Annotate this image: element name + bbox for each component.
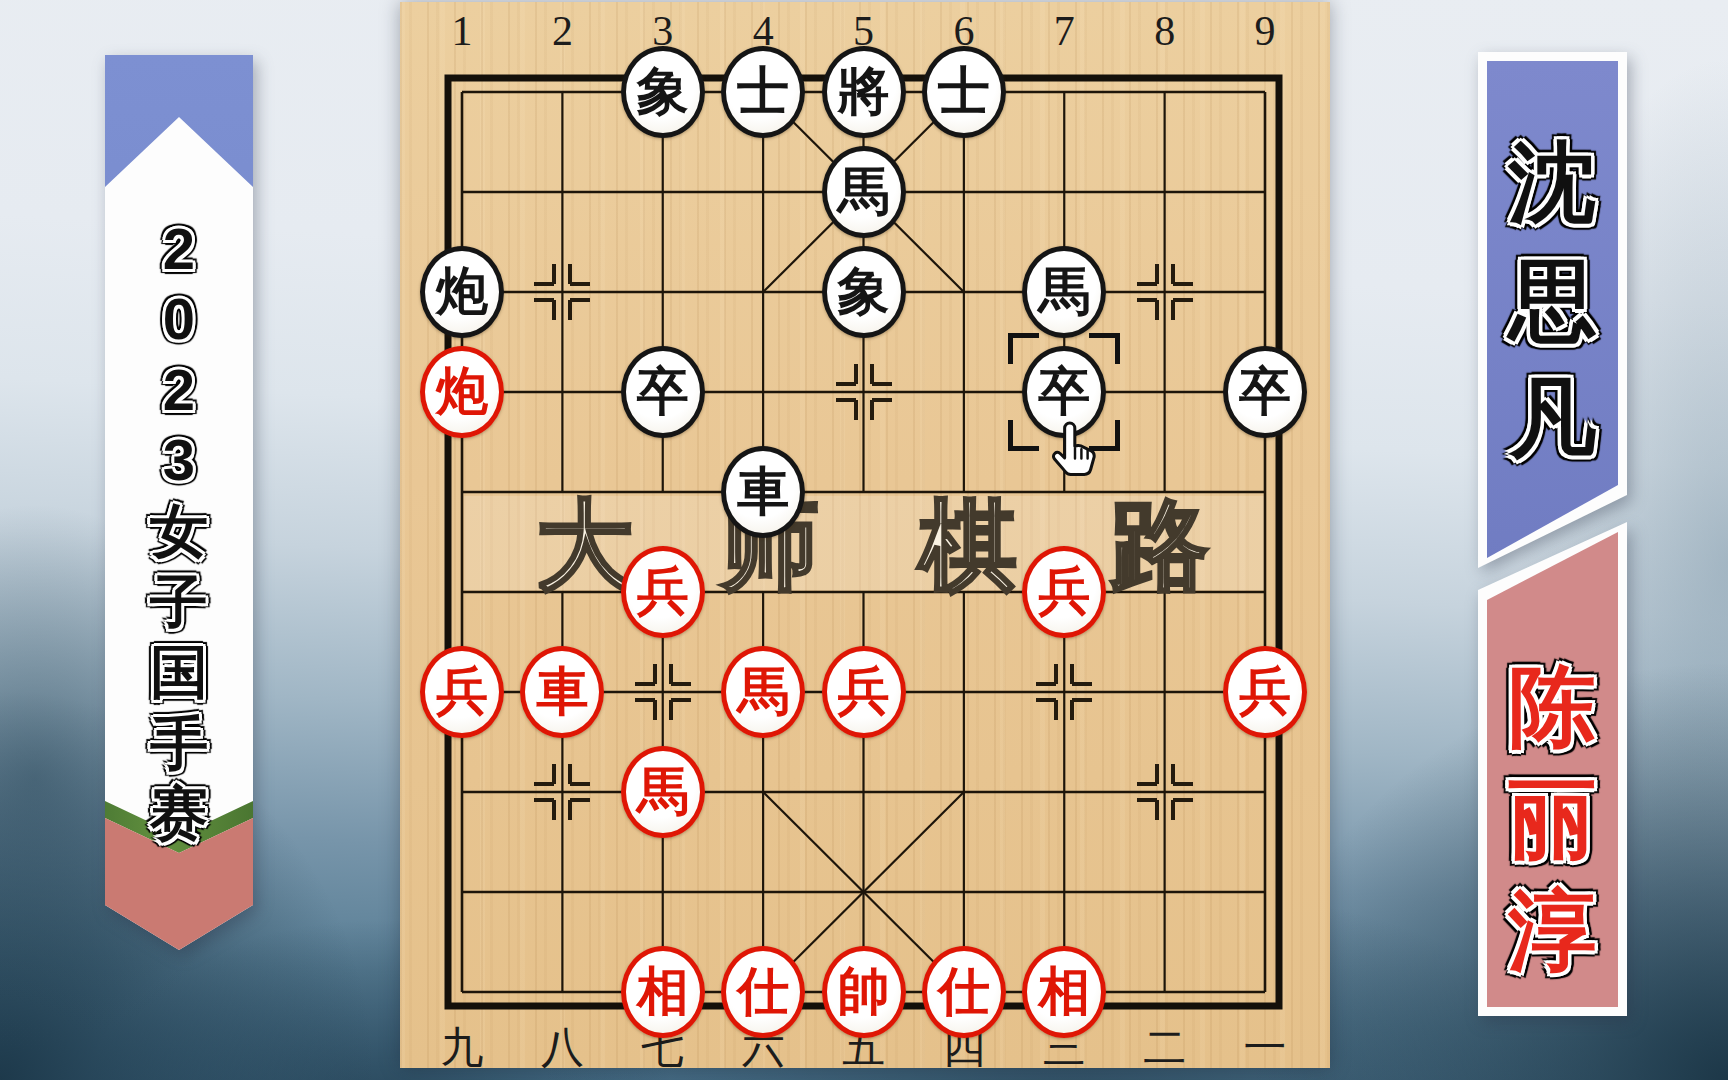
selection-corner bbox=[1008, 420, 1039, 451]
hand-cursor-icon bbox=[1050, 420, 1100, 488]
point-marker bbox=[834, 362, 894, 422]
point-marker bbox=[1135, 762, 1195, 822]
piece-black-soldier[interactable]: 卒 bbox=[1223, 346, 1307, 438]
river-watermark-char: 棋 bbox=[919, 497, 1017, 595]
event-title-char: 国 bbox=[150, 643, 208, 701]
event-title-char: 2 bbox=[163, 361, 195, 419]
point-marker bbox=[532, 762, 592, 822]
piece-red-chariot[interactable]: 車 bbox=[520, 646, 604, 738]
player-black-char: 思 bbox=[1509, 257, 1597, 349]
piece-red-horse[interactable]: 馬 bbox=[721, 646, 805, 738]
event-title-char: 女 bbox=[150, 502, 208, 560]
file-label-bottom: 八 bbox=[541, 1026, 584, 1069]
player-red-char: 淳 bbox=[1509, 887, 1597, 979]
player-name-red: 陈丽淳 bbox=[1478, 663, 1627, 979]
player-black-char: 沈 bbox=[1509, 139, 1597, 231]
piece-red-soldier[interactable]: 兵 bbox=[1223, 646, 1307, 738]
file-label-top: 1 bbox=[452, 10, 473, 52]
piece-red-elephant[interactable]: 相 bbox=[1022, 946, 1106, 1038]
selection-corner bbox=[1008, 333, 1039, 364]
river-watermark-char: 路 bbox=[1111, 497, 1209, 595]
file-label-top: 9 bbox=[1255, 10, 1276, 52]
river-watermark-char: 大 bbox=[536, 497, 634, 595]
piece-red-advisor[interactable]: 仕 bbox=[721, 946, 805, 1038]
piece-black-soldier[interactable]: 卒 bbox=[621, 346, 705, 438]
piece-red-soldier[interactable]: 兵 bbox=[1022, 546, 1106, 638]
file-label-bottom: 一 bbox=[1244, 1026, 1287, 1069]
player-banner-red: 陈丽淳 bbox=[1478, 518, 1627, 1016]
point-marker bbox=[1034, 662, 1094, 722]
xiangqi-board[interactable]: 123456789 九八七六五四三二一 大师棋路 象士將士馬炮象馬炮卒卒卒車兵兵… bbox=[400, 2, 1330, 1068]
piece-red-advisor[interactable]: 仕 bbox=[922, 946, 1006, 1038]
file-label-top: 7 bbox=[1054, 10, 1075, 52]
piece-black-advisor[interactable]: 士 bbox=[922, 46, 1006, 138]
piece-black-general[interactable]: 將 bbox=[822, 46, 906, 138]
event-title-char: 赛 bbox=[150, 784, 208, 842]
point-marker bbox=[1135, 262, 1195, 322]
event-title-char: 子 bbox=[150, 573, 208, 631]
screen: 2023女子国手赛 123456789 九八七六五四三二一 大师棋路 象士將士馬… bbox=[0, 0, 1728, 1080]
player-red-char: 陈 bbox=[1509, 663, 1597, 755]
piece-red-cannon[interactable]: 炮 bbox=[420, 346, 504, 438]
event-title-char: 2 bbox=[163, 220, 195, 278]
selection-corner bbox=[1089, 333, 1120, 364]
event-title: 2023女子国手赛 bbox=[105, 207, 253, 855]
piece-red-horse[interactable]: 馬 bbox=[621, 746, 705, 838]
event-title-char: 0 bbox=[163, 290, 195, 348]
piece-red-soldier[interactable]: 兵 bbox=[822, 646, 906, 738]
piece-black-elephant[interactable]: 象 bbox=[822, 246, 906, 338]
file-label-bottom: 九 bbox=[441, 1026, 484, 1069]
piece-black-horse[interactable]: 馬 bbox=[822, 146, 906, 238]
piece-red-general[interactable]: 帥 bbox=[822, 946, 906, 1038]
event-title-char: 手 bbox=[150, 714, 208, 772]
file-label-top: 8 bbox=[1154, 10, 1175, 52]
player-name-black: 沈思凡 bbox=[1478, 139, 1627, 467]
piece-black-cannon[interactable]: 炮 bbox=[420, 246, 504, 338]
piece-black-elephant[interactable]: 象 bbox=[621, 46, 705, 138]
file-label-top: 2 bbox=[552, 10, 573, 52]
player-red-char: 丽 bbox=[1509, 775, 1597, 867]
piece-black-advisor[interactable]: 士 bbox=[721, 46, 805, 138]
event-title-char: 3 bbox=[163, 431, 195, 489]
point-marker bbox=[532, 262, 592, 322]
event-banner: 2023女子国手赛 bbox=[105, 55, 253, 950]
piece-red-soldier[interactable]: 兵 bbox=[621, 546, 705, 638]
piece-black-chariot[interactable]: 車 bbox=[721, 446, 805, 538]
player-black-char: 凡 bbox=[1509, 375, 1597, 467]
piece-black-horse[interactable]: 馬 bbox=[1022, 246, 1106, 338]
file-label-bottom: 二 bbox=[1143, 1026, 1186, 1069]
point-marker bbox=[633, 662, 693, 722]
player-banner-black: 沈思凡 bbox=[1478, 52, 1627, 576]
piece-red-elephant[interactable]: 相 bbox=[621, 946, 705, 1038]
piece-red-soldier[interactable]: 兵 bbox=[420, 646, 504, 738]
